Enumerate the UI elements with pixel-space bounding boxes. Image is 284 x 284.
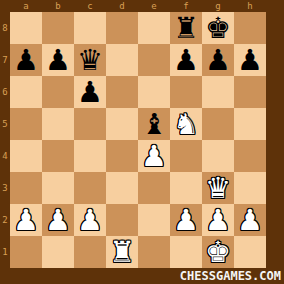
square-b1[interactable] — [42, 236, 74, 268]
rank-label-7: 7 — [0, 44, 10, 76]
square-f8[interactable]: ♜ — [170, 12, 202, 44]
white-pawn[interactable]: ♟ — [237, 204, 263, 236]
rank-label-6: 6 — [0, 76, 10, 108]
black-rook[interactable]: ♜ — [173, 12, 199, 44]
square-g3[interactable]: ♛ — [202, 172, 234, 204]
square-d2[interactable] — [106, 204, 138, 236]
square-c6[interactable]: ♟ — [74, 76, 106, 108]
square-c1[interactable] — [74, 236, 106, 268]
square-e1[interactable] — [138, 236, 170, 268]
white-pawn[interactable]: ♟ — [45, 204, 71, 236]
square-b3[interactable] — [42, 172, 74, 204]
square-g2[interactable]: ♟ — [202, 204, 234, 236]
square-c2[interactable]: ♟ — [74, 204, 106, 236]
square-g7[interactable]: ♟ — [202, 44, 234, 76]
square-c8[interactable] — [74, 12, 106, 44]
square-a1[interactable] — [10, 236, 42, 268]
square-d3[interactable] — [106, 172, 138, 204]
square-c4[interactable] — [74, 140, 106, 172]
rank-label-8: 8 — [0, 12, 10, 44]
black-pawn[interactable]: ♟ — [205, 44, 231, 76]
square-c5[interactable] — [74, 108, 106, 140]
square-a2[interactable]: ♟ — [10, 204, 42, 236]
black-queen[interactable]: ♛ — [77, 44, 103, 76]
white-rook[interactable]: ♜ — [109, 236, 135, 268]
square-e7[interactable] — [138, 44, 170, 76]
square-h3[interactable] — [234, 172, 266, 204]
rank-label-1: 1 — [0, 236, 10, 268]
chess-diagram: abcdefgh 87654321 ♜♚♟♟♛♟♟♟♟♝♞♟♛♟♟♟♟♟♟♜♚ … — [0, 0, 284, 284]
square-b8[interactable] — [42, 12, 74, 44]
square-a4[interactable] — [10, 140, 42, 172]
square-a5[interactable] — [10, 108, 42, 140]
square-f5[interactable]: ♞ — [170, 108, 202, 140]
square-f1[interactable] — [170, 236, 202, 268]
rank-label-4: 4 — [0, 140, 10, 172]
square-d1[interactable]: ♜ — [106, 236, 138, 268]
black-pawn[interactable]: ♟ — [77, 76, 103, 108]
square-h4[interactable] — [234, 140, 266, 172]
black-pawn[interactable]: ♟ — [237, 44, 263, 76]
square-h8[interactable] — [234, 12, 266, 44]
square-h6[interactable] — [234, 76, 266, 108]
square-f2[interactable]: ♟ — [170, 204, 202, 236]
square-e6[interactable] — [138, 76, 170, 108]
watermark: CHESSGAMES.COM — [180, 269, 281, 283]
square-b5[interactable] — [42, 108, 74, 140]
white-pawn[interactable]: ♟ — [173, 204, 199, 236]
square-g4[interactable] — [202, 140, 234, 172]
white-pawn[interactable]: ♟ — [13, 204, 39, 236]
square-h5[interactable] — [234, 108, 266, 140]
black-king[interactable]: ♚ — [205, 12, 231, 44]
square-d7[interactable] — [106, 44, 138, 76]
black-pawn[interactable]: ♟ — [173, 44, 199, 76]
square-a7[interactable]: ♟ — [10, 44, 42, 76]
white-king[interactable]: ♚ — [205, 236, 231, 268]
square-c7[interactable]: ♛ — [74, 44, 106, 76]
square-e5[interactable]: ♝ — [138, 108, 170, 140]
black-bishop[interactable]: ♝ — [141, 108, 167, 140]
white-pawn[interactable]: ♟ — [77, 204, 103, 236]
square-d4[interactable] — [106, 140, 138, 172]
square-g5[interactable] — [202, 108, 234, 140]
square-e8[interactable] — [138, 12, 170, 44]
rank-label-2: 2 — [0, 204, 10, 236]
square-a6[interactable] — [10, 76, 42, 108]
square-h7[interactable]: ♟ — [234, 44, 266, 76]
square-c3[interactable] — [74, 172, 106, 204]
square-e2[interactable] — [138, 204, 170, 236]
square-f7[interactable]: ♟ — [170, 44, 202, 76]
square-g6[interactable] — [202, 76, 234, 108]
black-pawn[interactable]: ♟ — [13, 44, 39, 76]
square-d6[interactable] — [106, 76, 138, 108]
chess-board[interactable]: ♜♚♟♟♛♟♟♟♟♝♞♟♛♟♟♟♟♟♟♜♚ — [10, 12, 266, 268]
square-e3[interactable] — [138, 172, 170, 204]
square-d5[interactable] — [106, 108, 138, 140]
square-f4[interactable] — [170, 140, 202, 172]
square-h2[interactable]: ♟ — [234, 204, 266, 236]
white-queen[interactable]: ♛ — [205, 172, 231, 204]
white-knight[interactable]: ♞ — [173, 108, 199, 140]
square-e4[interactable]: ♟ — [138, 140, 170, 172]
square-a3[interactable] — [10, 172, 42, 204]
square-a8[interactable] — [10, 12, 42, 44]
rank-label-5: 5 — [0, 108, 10, 140]
square-g8[interactable]: ♚ — [202, 12, 234, 44]
rank-labels: 87654321 — [0, 12, 10, 268]
square-b7[interactable]: ♟ — [42, 44, 74, 76]
square-f6[interactable] — [170, 76, 202, 108]
white-pawn[interactable]: ♟ — [205, 204, 231, 236]
rank-label-3: 3 — [0, 172, 10, 204]
white-pawn[interactable]: ♟ — [141, 140, 167, 172]
black-pawn[interactable]: ♟ — [45, 44, 71, 76]
square-f3[interactable] — [170, 172, 202, 204]
square-b2[interactable]: ♟ — [42, 204, 74, 236]
square-b4[interactable] — [42, 140, 74, 172]
square-d8[interactable] — [106, 12, 138, 44]
square-g1[interactable]: ♚ — [202, 236, 234, 268]
square-b6[interactable] — [42, 76, 74, 108]
square-h1[interactable] — [234, 236, 266, 268]
